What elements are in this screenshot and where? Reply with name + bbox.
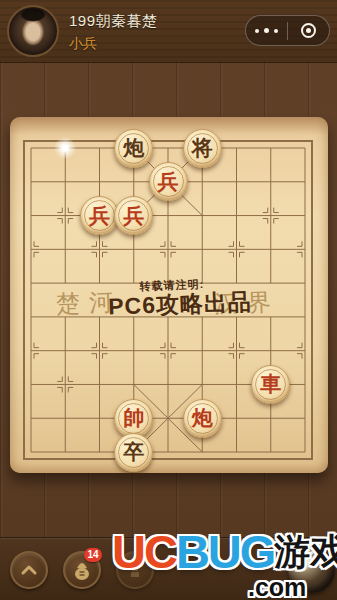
piece-red-兵[interactable]: 兵: [80, 196, 119, 235]
capsule-more-button[interactable]: [246, 16, 287, 45]
top-bar: 199朝秦暮楚 小兵: [0, 0, 337, 62]
watermark-note-line2: PC6攻略出品: [80, 288, 281, 319]
player-rank: 小兵: [69, 35, 97, 53]
close-target-icon: [301, 23, 316, 38]
xiangqi-board[interactable]: 楚河 汉界 转载请注明: PC6攻略出品 炮将兵兵兵車帥炮卒: [10, 117, 328, 473]
piece-red-帥[interactable]: 帥: [114, 399, 153, 438]
piece-black-炮[interactable]: 炮: [114, 129, 153, 168]
player-name: 199朝秦暮楚: [69, 12, 158, 31]
piece-red-炮[interactable]: 炮: [183, 399, 222, 438]
capsule-close-button[interactable]: [288, 16, 329, 45]
pouch-badge: 14: [84, 548, 102, 562]
piece-black-卒[interactable]: 卒: [114, 433, 153, 472]
miniprogram-capsule: [245, 15, 330, 46]
stone-sphere-button[interactable]: [288, 546, 335, 593]
app-screen: 199朝秦暮楚 小兵 楚河 汉界 转载请注明: PC6攻略出品 炮将兵兵兵車帥炮…: [0, 0, 337, 600]
more-dots-icon: [274, 29, 278, 33]
extra-feature-button[interactable]: [116, 551, 154, 589]
piece-black-将[interactable]: 将: [183, 129, 222, 168]
more-dots-icon: [255, 29, 259, 33]
river-watermark: 转载请注明: PC6攻略出品: [80, 280, 280, 316]
more-dots-icon: [264, 28, 269, 33]
chevron-up-icon: [17, 558, 41, 582]
piece-red-車[interactable]: 車: [251, 365, 290, 404]
piece-red-兵[interactable]: 兵: [149, 162, 188, 201]
bottom-bar: [0, 538, 337, 600]
collapse-button[interactable]: [10, 551, 48, 589]
tower-icon: [123, 558, 147, 582]
player-avatar[interactable]: [7, 5, 59, 57]
